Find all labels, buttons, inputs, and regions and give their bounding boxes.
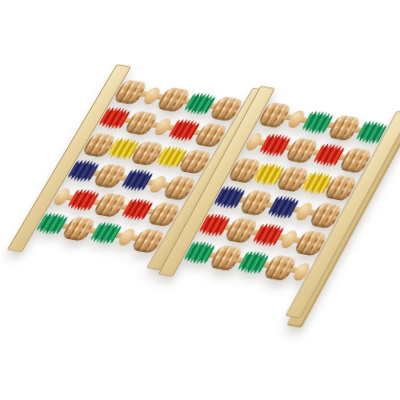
product-photo-foot-massage-roller: [0, 0, 400, 400]
wood-ribbed-bead: [275, 165, 311, 192]
